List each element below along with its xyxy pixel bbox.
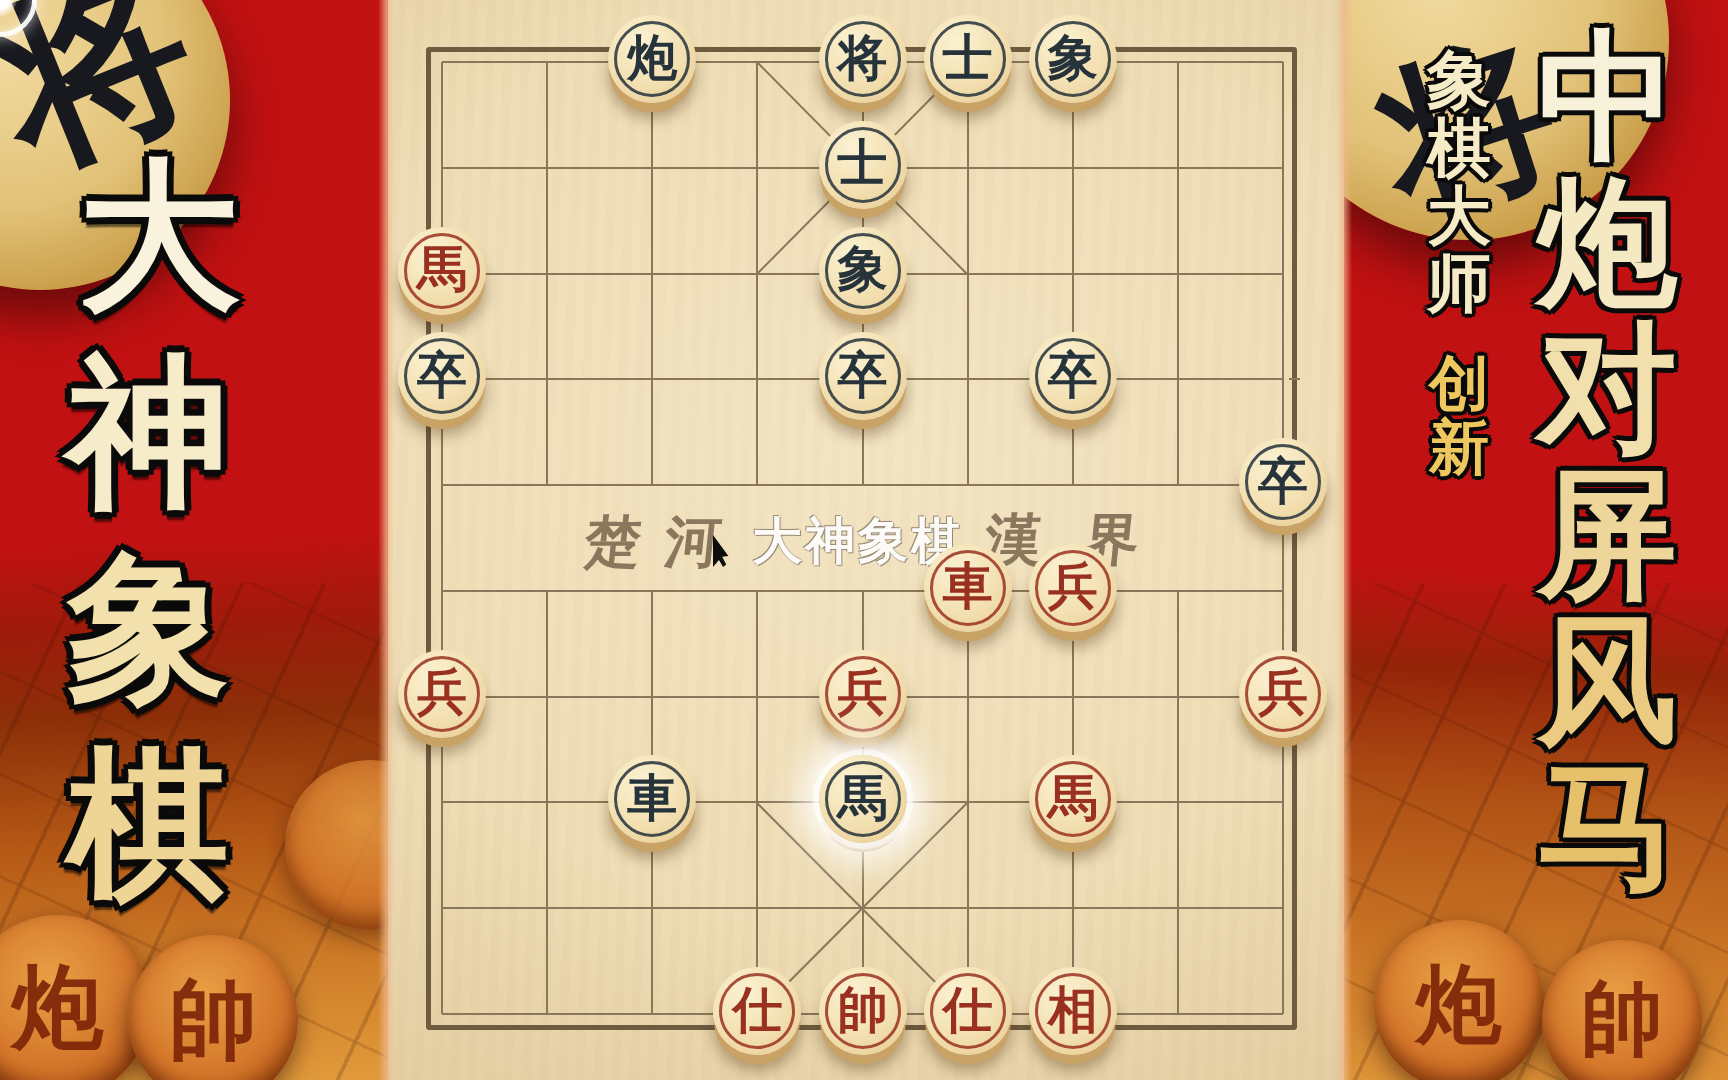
point-marker: [1161, 785, 1195, 819]
xiangqi-piece-black-象[interactable]: 象: [1029, 15, 1117, 103]
point-marker: [635, 680, 669, 714]
xiangqi-piece-black-士[interactable]: 士: [924, 15, 1012, 103]
point-marker: [530, 785, 564, 819]
grid-file-line: [967, 591, 969, 1014]
piece-glyph: 仕: [732, 977, 782, 1044]
point-marker: [1266, 362, 1300, 396]
xiangqi-piece-red-車[interactable]: 車: [924, 544, 1012, 632]
point-marker: [635, 362, 669, 396]
piece-glyph: 車: [943, 553, 993, 620]
grid-file-line: [967, 62, 969, 485]
xiangqi-piece-red-兵[interactable]: 兵: [398, 650, 486, 738]
piece-glyph: 兵: [1258, 659, 1308, 726]
grid-file-line: [756, 591, 758, 1014]
piece-glyph: 将: [838, 25, 888, 92]
piece-glyph: 卒: [1048, 342, 1098, 409]
piece-glyph: 馬: [1048, 765, 1098, 832]
xiangqi-piece-black-将[interactable]: 将: [819, 15, 907, 103]
xiangqi-piece-black-卒[interactable]: 卒: [1239, 438, 1327, 526]
board-layer: 楚河 漢界 大神象棋 炮将士象士馬象卒卒卒卒車兵兵兵兵車馬馬仕帥仕相: [0, 0, 1728, 1080]
xiangqi-piece-black-炮[interactable]: 炮: [608, 15, 696, 103]
grid-file-line: [1282, 62, 1284, 1014]
xiangqi-piece-red-相[interactable]: 相: [1029, 967, 1117, 1055]
piece-glyph: 馬: [417, 236, 467, 303]
piece-glyph: 兵: [417, 659, 467, 726]
piece-glyph: 士: [838, 130, 888, 197]
piece-glyph: 車: [627, 765, 677, 832]
piece-glyph: 兵: [1048, 553, 1098, 620]
piece-glyph: 馬: [838, 765, 888, 832]
xiangqi-piece-red-仕[interactable]: 仕: [713, 967, 801, 1055]
piece-glyph: 兵: [838, 659, 888, 726]
xiangqi-piece-black-卒[interactable]: 卒: [398, 332, 486, 420]
river-label-left: 楚河: [557, 505, 749, 581]
point-marker: [1056, 680, 1090, 714]
xiangqi-piece-black-士[interactable]: 士: [819, 121, 907, 209]
piece-glyph: 卒: [1258, 448, 1308, 515]
xiangqi-piece-red-馬[interactable]: 馬: [398, 227, 486, 315]
xiangqi-piece-red-兵[interactable]: 兵: [1029, 544, 1117, 632]
screenshot-root: 将 炮 帥 大 神 象 棋 将 炮 帥 象 棋 大 师: [0, 0, 1728, 1080]
xiangqi-piece-black-象[interactable]: 象: [819, 227, 907, 315]
piece-glyph: 炮: [627, 25, 677, 92]
point-marker: [1161, 257, 1195, 291]
grid-file-line: [1072, 62, 1074, 485]
xiangqi-piece-black-馬[interactable]: 馬: [819, 755, 907, 843]
piece-glyph: 士: [943, 25, 993, 92]
grid-file-line: [441, 62, 443, 1014]
piece-glyph: 相: [1048, 977, 1098, 1044]
xiangqi-piece-red-兵[interactable]: 兵: [819, 650, 907, 738]
xiangqi-piece-black-卒[interactable]: 卒: [819, 332, 907, 420]
piece-glyph: 象: [838, 236, 888, 303]
grid-file-line: [651, 62, 653, 485]
piece-glyph: 卒: [417, 342, 467, 409]
point-marker: [530, 257, 564, 291]
piece-glyph: 卒: [838, 342, 888, 409]
xiangqi-piece-red-馬[interactable]: 馬: [1029, 755, 1117, 843]
xiangqi-piece-red-仕[interactable]: 仕: [924, 967, 1012, 1055]
xiangqi-piece-red-帥[interactable]: 帥: [819, 967, 907, 1055]
xiangqi-piece-black-卒[interactable]: 卒: [1029, 332, 1117, 420]
piece-glyph: 仕: [943, 977, 993, 1044]
grid-file-line: [756, 62, 758, 485]
piece-glyph: 象: [1048, 25, 1098, 92]
xiangqi-piece-red-兵[interactable]: 兵: [1239, 650, 1327, 738]
piece-glyph: 帥: [838, 977, 888, 1044]
